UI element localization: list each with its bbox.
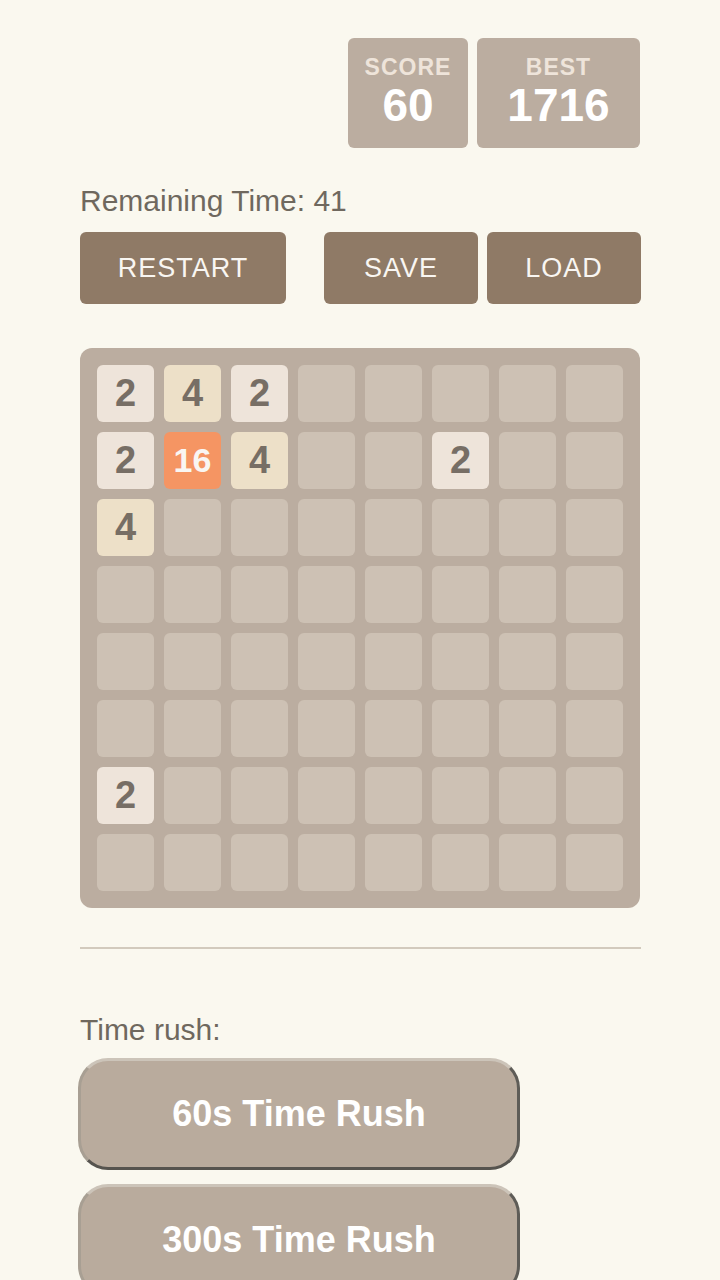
tile-2: 2: [97, 767, 154, 824]
remaining-time-text: Remaining Time: 41: [80, 184, 347, 218]
board-cell-empty: [499, 365, 556, 422]
board-cell-empty: [298, 499, 355, 556]
board-cell-empty: [566, 365, 623, 422]
tile-2: 2: [432, 432, 489, 489]
board-cell-empty: [432, 566, 489, 623]
board-cell-empty: [298, 566, 355, 623]
best-label: BEST: [526, 55, 591, 80]
board-cell-empty: [97, 566, 154, 623]
board-cell-empty: [432, 700, 489, 757]
board-cell-empty: [566, 432, 623, 489]
best-value: 1716: [507, 80, 609, 131]
tile-2: 2: [97, 432, 154, 489]
restart-button[interactable]: RESTART: [80, 232, 286, 304]
board-cell-empty: [231, 700, 288, 757]
tile-4: 4: [97, 499, 154, 556]
board-cell-empty: [499, 633, 556, 690]
board-cell-empty: [365, 633, 422, 690]
tile-4: 4: [231, 432, 288, 489]
board-cell-empty: [298, 700, 355, 757]
game-page: SCORE 60 BEST 1716 Remaining Time: 41 RE…: [0, 0, 720, 1280]
game-board[interactable]: 2422164242: [80, 348, 640, 908]
tile-16: 16: [164, 432, 221, 489]
board-cell-empty: [298, 767, 355, 824]
board-cell-empty: [566, 767, 623, 824]
score-label: SCORE: [365, 55, 452, 80]
board-cell-empty: [499, 767, 556, 824]
scoreboard: SCORE 60 BEST 1716: [348, 38, 640, 148]
board-cell-empty: [499, 700, 556, 757]
board-cell-empty: [231, 499, 288, 556]
board-cell-empty: [164, 633, 221, 690]
best-score-box: BEST 1716: [477, 38, 640, 148]
board-cell-empty: [365, 700, 422, 757]
board-cell-empty: [432, 633, 489, 690]
board-cell-empty: [164, 700, 221, 757]
board-cell-empty: [231, 834, 288, 891]
control-buttons: RESTART SAVE LOAD: [80, 232, 641, 304]
tile-2: 2: [231, 365, 288, 422]
board-cell-empty: [298, 633, 355, 690]
board-cell-empty: [566, 700, 623, 757]
board-cell-empty: [432, 499, 489, 556]
board-cell-empty: [365, 432, 422, 489]
board-cell-empty: [566, 633, 623, 690]
board-cell-empty: [164, 834, 221, 891]
tile-4: 4: [164, 365, 221, 422]
board-cell-empty: [432, 365, 489, 422]
tile-2: 2: [97, 365, 154, 422]
board-cell-empty: [499, 834, 556, 891]
board-cell-empty: [164, 566, 221, 623]
board-cell-empty: [365, 365, 422, 422]
board-cell-empty: [499, 566, 556, 623]
board-cell-empty: [298, 834, 355, 891]
board-cell-empty: [231, 566, 288, 623]
board-cell-empty: [432, 767, 489, 824]
load-button[interactable]: LOAD: [487, 232, 641, 304]
time-rush-60-button[interactable]: 60s Time Rush: [78, 1058, 520, 1170]
score-box: SCORE 60: [348, 38, 468, 148]
score-value: 60: [382, 80, 433, 131]
board-cell-empty: [231, 633, 288, 690]
board-cell-empty: [97, 633, 154, 690]
board-cell-empty: [298, 432, 355, 489]
board-cell-empty: [365, 767, 422, 824]
time-rush-heading: Time rush:: [80, 1013, 221, 1047]
board-cell-empty: [566, 834, 623, 891]
board-cell-empty: [499, 432, 556, 489]
board-cell-empty: [164, 499, 221, 556]
board-cell-empty: [231, 767, 288, 824]
board-cell-empty: [499, 499, 556, 556]
board-cell-empty: [566, 499, 623, 556]
time-rush-300-button[interactable]: 300s Time Rush: [78, 1184, 520, 1280]
board-cell-empty: [566, 566, 623, 623]
board-cell-empty: [298, 365, 355, 422]
board-cell-empty: [97, 834, 154, 891]
board-cell-empty: [365, 834, 422, 891]
board-cell-empty: [365, 566, 422, 623]
section-divider: [80, 947, 641, 949]
board-cell-empty: [97, 700, 154, 757]
save-button[interactable]: SAVE: [324, 232, 478, 304]
board-cell-empty: [164, 767, 221, 824]
board-cell-empty: [365, 499, 422, 556]
board-cell-empty: [432, 834, 489, 891]
